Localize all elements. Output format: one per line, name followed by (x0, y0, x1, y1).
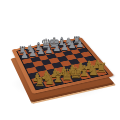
chess-set-product-photo: ♜♞♝♛♚♝♞♜♟♟♟♟♟♟♟♟♟♟♟♟♟♟♟♟♜♞♝♛♚♝♞♜ (0, 0, 120, 120)
